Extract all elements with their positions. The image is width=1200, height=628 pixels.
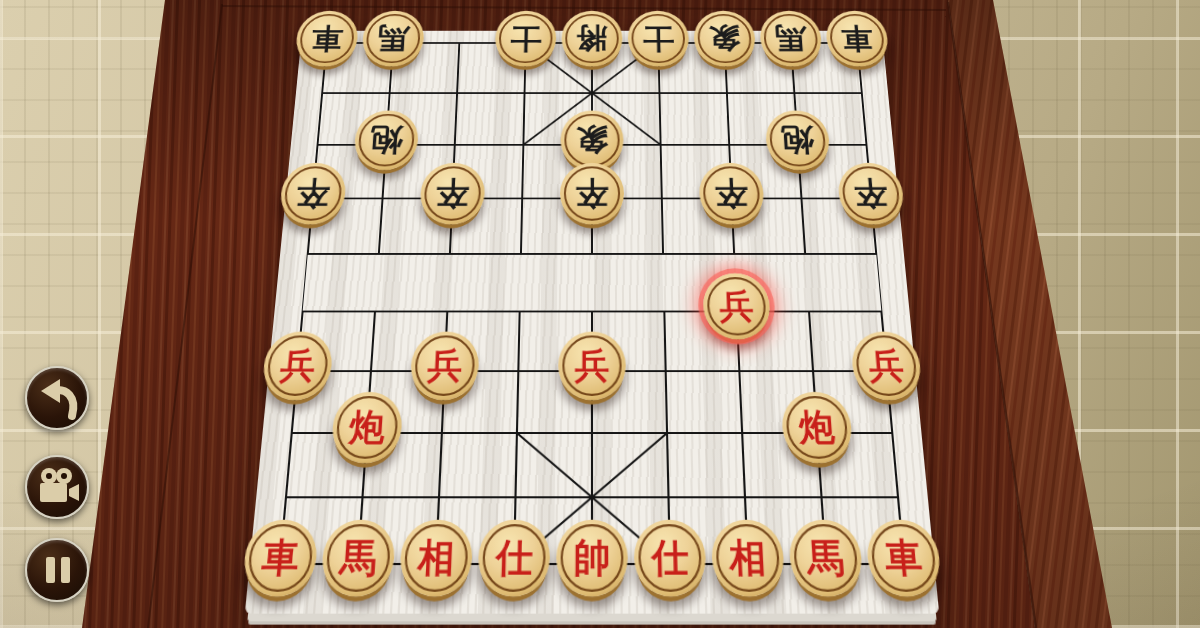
piece-black-f5r3[interactable]: 象 [560, 110, 623, 170]
piece-glyph: 車 [865, 520, 943, 597]
piece-black-f4r1[interactable]: 士 [494, 11, 556, 67]
game-scene: 車馬士將士象馬車炮象炮卒卒卒卒卒兵兵兵兵兵炮炮車馬相仕帥仕相馬車 [0, 0, 1200, 628]
piece-red-f7r6[interactable]: 兵 [702, 273, 771, 339]
piece-black-f1r1[interactable]: 車 [294, 11, 360, 67]
piece-red-f5r10[interactable]: 帥 [556, 520, 628, 597]
piece-glyph: 卒 [560, 163, 625, 225]
piece-black-f9r4[interactable]: 卒 [836, 163, 905, 225]
piece-red-f1r10[interactable]: 車 [241, 520, 319, 597]
piece-glyph: 馬 [361, 11, 425, 67]
piece-black-f1r4[interactable]: 卒 [278, 163, 347, 225]
piece-red-f6r10[interactable]: 仕 [634, 520, 707, 597]
piece-glyph: 兵 [850, 331, 924, 400]
piece-glyph: 卒 [698, 163, 765, 225]
piece-glyph: 帥 [556, 520, 628, 597]
piece-glyph: 相 [711, 520, 786, 597]
piece-glyph: 象 [693, 11, 756, 67]
piece-glyph: 馬 [759, 11, 823, 67]
piece-black-f5r1[interactable]: 將 [561, 11, 622, 67]
pause-icon [29, 542, 85, 598]
piece-glyph: 車 [294, 11, 360, 67]
piece-black-f9r1[interactable]: 車 [824, 11, 890, 67]
piece-black-f8r3[interactable]: 炮 [764, 110, 831, 170]
piece-glyph: 炮 [780, 392, 853, 463]
piece-glyph: 士 [628, 11, 690, 67]
piece-black-f8r1[interactable]: 馬 [759, 11, 823, 67]
piece-red-f7r10[interactable]: 相 [711, 520, 786, 597]
piece-red-f3r10[interactable]: 相 [398, 520, 473, 597]
piece-glyph: 卒 [419, 163, 486, 225]
piece-black-f3r4[interactable]: 卒 [419, 163, 486, 225]
pieces-layer: 車馬士將士象馬車炮象炮卒卒卒卒卒兵兵兵兵兵炮炮車馬相仕帥仕相馬車 [245, 31, 939, 614]
piece-red-f3r7[interactable]: 兵 [409, 331, 480, 400]
piece-glyph: 馬 [788, 520, 865, 597]
piece-red-f4r10[interactable]: 仕 [477, 520, 550, 597]
piece-glyph: 兵 [702, 273, 771, 339]
piece-glyph: 卒 [278, 163, 347, 225]
pause-button[interactable] [25, 538, 89, 602]
piece-glyph: 車 [241, 520, 319, 597]
piece-black-f7r1[interactable]: 象 [693, 11, 756, 67]
piece-red-f8r10[interactable]: 馬 [788, 520, 865, 597]
piece-glyph: 炮 [330, 392, 403, 463]
board-perspective-wrap: 車馬士將士象馬車炮象炮卒卒卒卒卒兵兵兵兵兵炮炮車馬相仕帥仕相馬車 [245, 31, 939, 614]
piece-glyph: 將 [561, 11, 622, 67]
piece-glyph: 仕 [634, 520, 707, 597]
piece-glyph: 兵 [409, 331, 480, 400]
piece-glyph: 炮 [353, 110, 420, 170]
piece-black-f5r4[interactable]: 卒 [560, 163, 625, 225]
piece-black-f2r3[interactable]: 炮 [353, 110, 420, 170]
piece-red-f9r10[interactable]: 車 [865, 520, 943, 597]
piece-red-f8r8[interactable]: 炮 [780, 392, 853, 463]
xiangqi-board[interactable]: 車馬士將士象馬車炮象炮卒卒卒卒卒兵兵兵兵兵炮炮車馬相仕帥仕相馬車 [245, 31, 939, 614]
piece-glyph: 象 [560, 110, 623, 170]
piece-red-f5r7[interactable]: 兵 [558, 331, 626, 400]
piece-glyph: 卒 [836, 163, 905, 225]
movie-camera-icon [29, 459, 85, 515]
piece-red-f9r7[interactable]: 兵 [850, 331, 924, 400]
piece-black-f2r1[interactable]: 馬 [361, 11, 425, 67]
piece-black-f6r1[interactable]: 士 [628, 11, 690, 67]
piece-red-f1r7[interactable]: 兵 [261, 331, 335, 400]
piece-glyph: 士 [494, 11, 556, 67]
piece-glyph: 相 [398, 520, 473, 597]
undo-arrow-icon [29, 370, 85, 426]
piece-glyph: 兵 [261, 331, 335, 400]
piece-glyph: 炮 [764, 110, 831, 170]
piece-glyph: 仕 [477, 520, 550, 597]
piece-glyph: 馬 [320, 520, 397, 597]
undo-button[interactable] [25, 366, 89, 430]
piece-glyph: 兵 [558, 331, 626, 400]
camera-button[interactable] [25, 455, 89, 519]
piece-black-f7r4[interactable]: 卒 [698, 163, 765, 225]
piece-red-f2r8[interactable]: 炮 [330, 392, 403, 463]
piece-glyph: 車 [824, 11, 890, 67]
piece-red-f2r10[interactable]: 馬 [320, 520, 397, 597]
